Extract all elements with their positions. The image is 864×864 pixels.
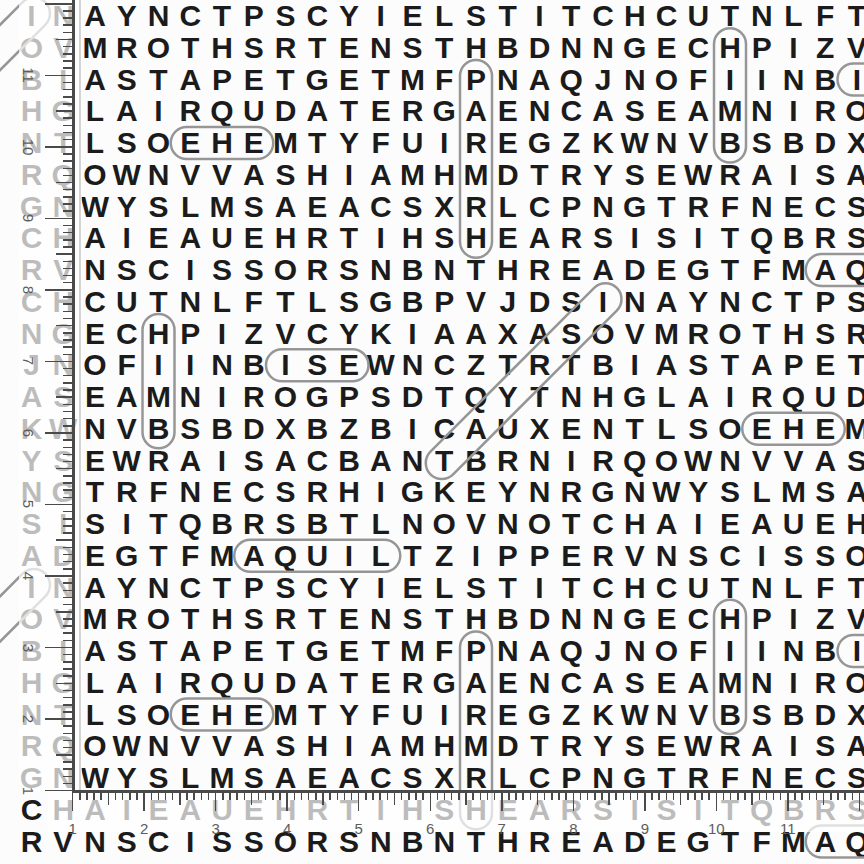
bottom-ruler-band (48, 790, 864, 832)
word-circle-hem (171, 699, 274, 731)
word-circle-pins (143, 314, 175, 448)
word-circles-overlay (0, 0, 864, 864)
word-circle-sew (838, 64, 864, 96)
word-circle-hem (742, 413, 845, 445)
word-circle-pins (714, 28, 746, 162)
word-circle-sew (838, 635, 864, 667)
word-circle-pins (714, 600, 746, 734)
word-circle-hem (171, 127, 274, 159)
wordsearch-board: INAYNCTPSCYIELSTITCHCUTNLFTLOVMROTHSRTEN… (0, 0, 864, 864)
word-circle-sew (266, 349, 369, 381)
word-circle-quilt (234, 540, 400, 572)
left-ruler-band (19, 0, 82, 791)
word-circle-button (419, 277, 628, 486)
word-circle-needle (460, 60, 492, 258)
word-circle-quilt (806, 254, 864, 286)
